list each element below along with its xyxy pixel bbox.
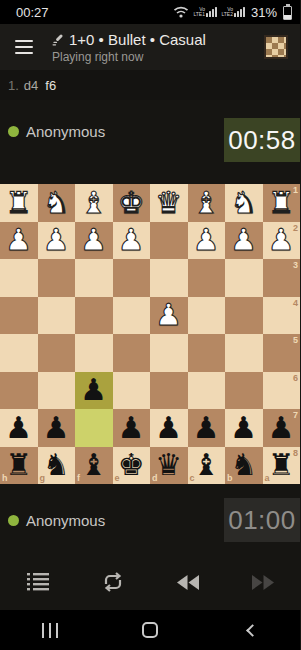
white-knight: ♞ bbox=[38, 184, 76, 222]
square-d2[interactable] bbox=[150, 222, 188, 260]
square-d8[interactable]: ♛d bbox=[150, 447, 188, 485]
square-c8[interactable]: ♝c bbox=[188, 447, 226, 485]
white-pawn: ♟ bbox=[75, 222, 113, 260]
game-info: 1+0 • Bullet • Casual Playing right now bbox=[52, 31, 264, 64]
white-pawn: ♟ bbox=[150, 297, 188, 335]
back-icon bbox=[246, 624, 259, 637]
white-bishop: ♝ bbox=[75, 184, 113, 222]
white-king: ♚ bbox=[113, 184, 151, 222]
rank-label-5: 5 bbox=[293, 335, 298, 345]
home-icon bbox=[142, 622, 158, 638]
chess-board: ♜♞♝♚♛♝♞♜1♟♟♟♟♟♟♟23♟45♟6♟♟♟♟♟♟♟7♜h♞g♝f♚e♛… bbox=[0, 184, 300, 484]
square-g6[interactable] bbox=[38, 372, 76, 410]
square-f2[interactable]: ♟ bbox=[75, 222, 113, 260]
status-icons: Vo LTE1 Vo LTE2 31% bbox=[173, 4, 292, 20]
square-d5[interactable] bbox=[150, 334, 188, 372]
list-icon bbox=[27, 573, 49, 591]
square-b4[interactable] bbox=[225, 297, 263, 335]
move-number: 1. bbox=[8, 78, 19, 93]
square-a2[interactable]: ♟2 bbox=[263, 222, 301, 260]
sim2-signal-icon: Vo LTE2 bbox=[221, 7, 245, 17]
game-toolbar bbox=[0, 558, 300, 606]
black-pawn: ♟ bbox=[188, 409, 226, 447]
file-label-c: c bbox=[190, 473, 195, 483]
sim1-label: Vo LTE1 bbox=[193, 7, 205, 17]
back-button[interactable] bbox=[200, 610, 300, 650]
file-label-h: h bbox=[2, 473, 8, 483]
square-c7[interactable]: ♟ bbox=[188, 409, 226, 447]
sim2-label: Vo LTE2 bbox=[221, 7, 233, 17]
rewind-icon bbox=[177, 575, 199, 590]
square-d1[interactable]: ♛ bbox=[150, 184, 188, 222]
black-bishop: ♝ bbox=[75, 447, 113, 485]
game-status: Playing right now bbox=[52, 50, 264, 64]
square-g3[interactable] bbox=[38, 259, 76, 297]
square-g8[interactable]: ♞g bbox=[38, 447, 76, 485]
white-bishop: ♝ bbox=[188, 184, 226, 222]
rank-label-3: 3 bbox=[293, 260, 298, 270]
game-title-row: 1+0 • Bullet • Casual bbox=[52, 31, 264, 48]
square-a4[interactable]: 4 bbox=[263, 297, 301, 335]
square-d6[interactable] bbox=[150, 372, 188, 410]
square-c5[interactable] bbox=[188, 334, 226, 372]
square-b6[interactable] bbox=[225, 372, 263, 410]
square-e4[interactable] bbox=[113, 297, 151, 335]
white-knight: ♞ bbox=[225, 184, 263, 222]
square-e1[interactable]: ♚ bbox=[113, 184, 151, 222]
move-list-button[interactable] bbox=[0, 558, 75, 606]
flip-sync-icon bbox=[102, 572, 124, 592]
bottom-player-bar: Anonymous 01:00 bbox=[0, 492, 300, 548]
square-h5[interactable] bbox=[0, 334, 38, 372]
square-b3[interactable] bbox=[225, 259, 263, 297]
file-label-g: g bbox=[40, 473, 46, 483]
square-h8[interactable]: ♜h bbox=[0, 447, 38, 485]
sim1-signal-icon: Vo LTE1 bbox=[193, 7, 217, 17]
square-a3[interactable]: 3 bbox=[263, 259, 301, 297]
square-c6[interactable] bbox=[188, 372, 226, 410]
fast-forward-icon bbox=[252, 575, 274, 590]
square-d3[interactable] bbox=[150, 259, 188, 297]
rewind-button[interactable] bbox=[150, 558, 225, 606]
top-player-clock: 00:58 bbox=[224, 118, 300, 162]
square-a6[interactable]: 6 bbox=[263, 372, 301, 410]
square-a8[interactable]: ♜8a bbox=[263, 447, 301, 485]
online-dot bbox=[8, 126, 19, 137]
square-a7[interactable]: ♟7 bbox=[263, 409, 301, 447]
game-title: 1+0 • Bullet • Casual bbox=[69, 31, 206, 48]
top-player-bar: Anonymous 00:58 bbox=[0, 100, 300, 162]
file-label-b: b bbox=[227, 473, 233, 483]
square-c1[interactable]: ♝ bbox=[188, 184, 226, 222]
square-a5[interactable]: 5 bbox=[263, 334, 301, 372]
white-move[interactable]: d4 bbox=[24, 78, 38, 93]
file-label-a: a bbox=[265, 473, 270, 483]
black-pawn: ♟ bbox=[225, 409, 263, 447]
lichess-mobile-game-screen: { "game": "chess", "position": { "fen": … bbox=[0, 0, 300, 650]
rank-label-6: 6 bbox=[293, 373, 298, 383]
white-pawn: ♟ bbox=[188, 222, 226, 260]
square-g5[interactable] bbox=[38, 334, 76, 372]
white-queen: ♛ bbox=[150, 184, 188, 222]
square-e2[interactable]: ♟ bbox=[113, 222, 151, 260]
bottom-player-name: Anonymous bbox=[26, 512, 105, 529]
square-e6[interactable] bbox=[113, 372, 151, 410]
black-pawn: ♟ bbox=[38, 409, 76, 447]
square-f8[interactable]: ♝f bbox=[75, 447, 113, 485]
square-f5[interactable] bbox=[75, 334, 113, 372]
square-g7[interactable]: ♟ bbox=[38, 409, 76, 447]
white-pawn: ♟ bbox=[113, 222, 151, 260]
square-h6[interactable] bbox=[0, 372, 38, 410]
square-h4[interactable] bbox=[0, 297, 38, 335]
square-f7[interactable] bbox=[75, 409, 113, 447]
square-e8[interactable]: ♚e bbox=[113, 447, 151, 485]
square-f1[interactable]: ♝ bbox=[75, 184, 113, 222]
battery-percent: 31% bbox=[251, 5, 277, 20]
square-f4[interactable] bbox=[75, 297, 113, 335]
square-f6[interactable]: ♟ bbox=[75, 372, 113, 410]
rank-label-7: 7 bbox=[293, 410, 298, 420]
hamburger-menu-button[interactable] bbox=[0, 24, 48, 70]
white-pawn: ♟ bbox=[38, 222, 76, 260]
square-h7[interactable]: ♟ bbox=[0, 409, 38, 447]
square-c3[interactable] bbox=[188, 259, 226, 297]
square-c4[interactable] bbox=[188, 297, 226, 335]
square-e5[interactable] bbox=[113, 334, 151, 372]
square-b5[interactable] bbox=[225, 334, 263, 372]
square-g1[interactable]: ♞ bbox=[38, 184, 76, 222]
square-c2[interactable]: ♟ bbox=[188, 222, 226, 260]
square-h2[interactable]: ♟ bbox=[0, 222, 38, 260]
square-d7[interactable]: ♟ bbox=[150, 409, 188, 447]
black-pawn: ♟ bbox=[150, 409, 188, 447]
square-h3[interactable] bbox=[0, 259, 38, 297]
black-pawn: ♟ bbox=[113, 409, 151, 447]
bullet-icon bbox=[52, 33, 65, 46]
battery-icon bbox=[283, 4, 292, 20]
white-pawn: ♟ bbox=[225, 222, 263, 260]
bottom-player-clock: 01:00 bbox=[224, 498, 300, 542]
rank-label-2: 2 bbox=[293, 223, 298, 233]
rank-label-1: 1 bbox=[293, 185, 298, 195]
top-player-name: Anonymous bbox=[26, 123, 105, 140]
square-b2[interactable]: ♟ bbox=[225, 222, 263, 260]
rank-label-4: 4 bbox=[293, 298, 298, 308]
black-pawn: ♟ bbox=[0, 409, 38, 447]
online-dot bbox=[8, 515, 19, 526]
recents-button[interactable] bbox=[0, 610, 100, 650]
rank-label-8: 8 bbox=[293, 448, 298, 458]
file-label-d: d bbox=[152, 473, 158, 483]
android-nav-bar bbox=[0, 610, 300, 650]
square-d4[interactable]: ♟ bbox=[150, 297, 188, 335]
board-thumbnail-icon[interactable] bbox=[264, 35, 288, 59]
file-label-f: f bbox=[77, 473, 80, 483]
square-e3[interactable] bbox=[113, 259, 151, 297]
black-move[interactable]: f6 bbox=[45, 78, 56, 93]
wifi-icon bbox=[173, 6, 189, 18]
move-list[interactable]: 1. d4 f6 bbox=[0, 70, 300, 100]
black-pawn: ♟ bbox=[75, 372, 113, 410]
app-header: 1+0 • Bullet • Casual Playing right now bbox=[0, 24, 300, 70]
square-b7[interactable]: ♟ bbox=[225, 409, 263, 447]
clock-time: 00:27 bbox=[16, 5, 49, 20]
square-f3[interactable] bbox=[75, 259, 113, 297]
square-e7[interactable]: ♟ bbox=[113, 409, 151, 447]
square-b8[interactable]: ♞b bbox=[225, 447, 263, 485]
white-pawn: ♟ bbox=[0, 222, 38, 260]
home-button[interactable] bbox=[100, 610, 200, 650]
square-h1[interactable]: ♜ bbox=[0, 184, 38, 222]
flip-board-button[interactable] bbox=[75, 558, 150, 606]
recents-icon bbox=[42, 623, 58, 638]
square-g4[interactable] bbox=[38, 297, 76, 335]
square-a1[interactable]: ♜1 bbox=[263, 184, 301, 222]
file-label-e: e bbox=[115, 473, 120, 483]
square-g2[interactable]: ♟ bbox=[38, 222, 76, 260]
fast-forward-button[interactable] bbox=[225, 558, 300, 606]
square-b1[interactable]: ♞ bbox=[225, 184, 263, 222]
status-bar: 00:27 Vo LTE1 Vo LTE2 31% bbox=[0, 0, 300, 24]
white-rook: ♜ bbox=[0, 184, 38, 222]
